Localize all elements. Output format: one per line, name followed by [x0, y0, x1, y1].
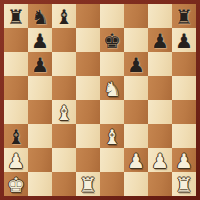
square-c8[interactable]: ♝ [52, 4, 76, 28]
square-h1[interactable]: ♜ [172, 172, 196, 196]
square-a3[interactable]: ♝ [4, 124, 28, 148]
chess-board[interactable]: ♜♞♝♜♟♚♟♟♟♟♞♝♝♝♟♟♟♟♚♜♜ [4, 4, 196, 196]
square-h2[interactable]: ♟ [172, 148, 196, 172]
square-f1[interactable] [124, 172, 148, 196]
square-e4[interactable] [100, 100, 124, 124]
square-b5[interactable] [28, 76, 52, 100]
piece-white-pawn[interactable]: ♟ [175, 151, 193, 171]
piece-white-rook[interactable]: ♜ [175, 175, 193, 195]
square-d7[interactable] [76, 28, 100, 52]
square-e1[interactable] [100, 172, 124, 196]
square-f7[interactable] [124, 28, 148, 52]
square-g2[interactable]: ♟ [148, 148, 172, 172]
square-c5[interactable] [52, 76, 76, 100]
piece-white-rook[interactable]: ♜ [79, 175, 97, 195]
piece-black-pawn[interactable]: ♟ [127, 55, 145, 75]
square-d3[interactable] [76, 124, 100, 148]
piece-black-knight[interactable]: ♞ [31, 7, 49, 27]
piece-black-bishop[interactable]: ♝ [7, 127, 25, 147]
square-g5[interactable] [148, 76, 172, 100]
square-g3[interactable] [148, 124, 172, 148]
piece-black-rook[interactable]: ♜ [7, 7, 25, 27]
piece-white-bishop[interactable]: ♝ [55, 103, 73, 123]
square-b7[interactable]: ♟ [28, 28, 52, 52]
square-b6[interactable]: ♟ [28, 52, 52, 76]
square-c4[interactable]: ♝ [52, 100, 76, 124]
square-a8[interactable]: ♜ [4, 4, 28, 28]
piece-black-pawn[interactable]: ♟ [31, 55, 49, 75]
square-a6[interactable] [4, 52, 28, 76]
square-e2[interactable] [100, 148, 124, 172]
piece-white-pawn[interactable]: ♟ [7, 151, 25, 171]
square-a5[interactable] [4, 76, 28, 100]
square-f3[interactable] [124, 124, 148, 148]
square-a1[interactable]: ♚ [4, 172, 28, 196]
square-e8[interactable] [100, 4, 124, 28]
square-a4[interactable] [4, 100, 28, 124]
square-d1[interactable]: ♜ [76, 172, 100, 196]
square-d6[interactable] [76, 52, 100, 76]
square-c2[interactable] [52, 148, 76, 172]
square-g6[interactable] [148, 52, 172, 76]
square-b4[interactable] [28, 100, 52, 124]
square-b8[interactable]: ♞ [28, 4, 52, 28]
square-h6[interactable] [172, 52, 196, 76]
square-h8[interactable]: ♜ [172, 4, 196, 28]
square-g8[interactable] [148, 4, 172, 28]
square-h3[interactable] [172, 124, 196, 148]
piece-black-pawn[interactable]: ♟ [151, 31, 169, 51]
square-e6[interactable] [100, 52, 124, 76]
piece-black-bishop[interactable]: ♝ [55, 7, 73, 27]
square-g1[interactable] [148, 172, 172, 196]
piece-white-pawn[interactable]: ♟ [151, 151, 169, 171]
piece-white-pawn[interactable]: ♟ [127, 151, 145, 171]
piece-black-pawn[interactable]: ♟ [31, 31, 49, 51]
square-c3[interactable] [52, 124, 76, 148]
piece-white-king[interactable]: ♚ [7, 175, 25, 195]
piece-white-knight[interactable]: ♞ [103, 79, 121, 99]
square-d4[interactable] [76, 100, 100, 124]
square-g4[interactable] [148, 100, 172, 124]
square-d2[interactable] [76, 148, 100, 172]
square-h5[interactable] [172, 76, 196, 100]
square-h4[interactable] [172, 100, 196, 124]
square-d8[interactable] [76, 4, 100, 28]
square-a2[interactable]: ♟ [4, 148, 28, 172]
square-f8[interactable] [124, 4, 148, 28]
square-f5[interactable] [124, 76, 148, 100]
piece-black-pawn[interactable]: ♟ [175, 31, 193, 51]
square-d5[interactable] [76, 76, 100, 100]
square-c7[interactable] [52, 28, 76, 52]
piece-black-rook[interactable]: ♜ [175, 7, 193, 27]
square-c6[interactable] [52, 52, 76, 76]
square-b1[interactable] [28, 172, 52, 196]
square-b3[interactable] [28, 124, 52, 148]
square-g7[interactable]: ♟ [148, 28, 172, 52]
square-e7[interactable]: ♚ [100, 28, 124, 52]
square-b2[interactable] [28, 148, 52, 172]
piece-white-bishop[interactable]: ♝ [103, 127, 121, 147]
square-f6[interactable]: ♟ [124, 52, 148, 76]
piece-black-king[interactable]: ♚ [103, 31, 121, 51]
square-c1[interactable] [52, 172, 76, 196]
board-frame: ♜♞♝♜♟♚♟♟♟♟♞♝♝♝♟♟♟♟♚♜♜ [0, 0, 200, 200]
square-f2[interactable]: ♟ [124, 148, 148, 172]
square-e3[interactable]: ♝ [100, 124, 124, 148]
square-f4[interactable] [124, 100, 148, 124]
square-h7[interactable]: ♟ [172, 28, 196, 52]
square-a7[interactable] [4, 28, 28, 52]
square-e5[interactable]: ♞ [100, 76, 124, 100]
